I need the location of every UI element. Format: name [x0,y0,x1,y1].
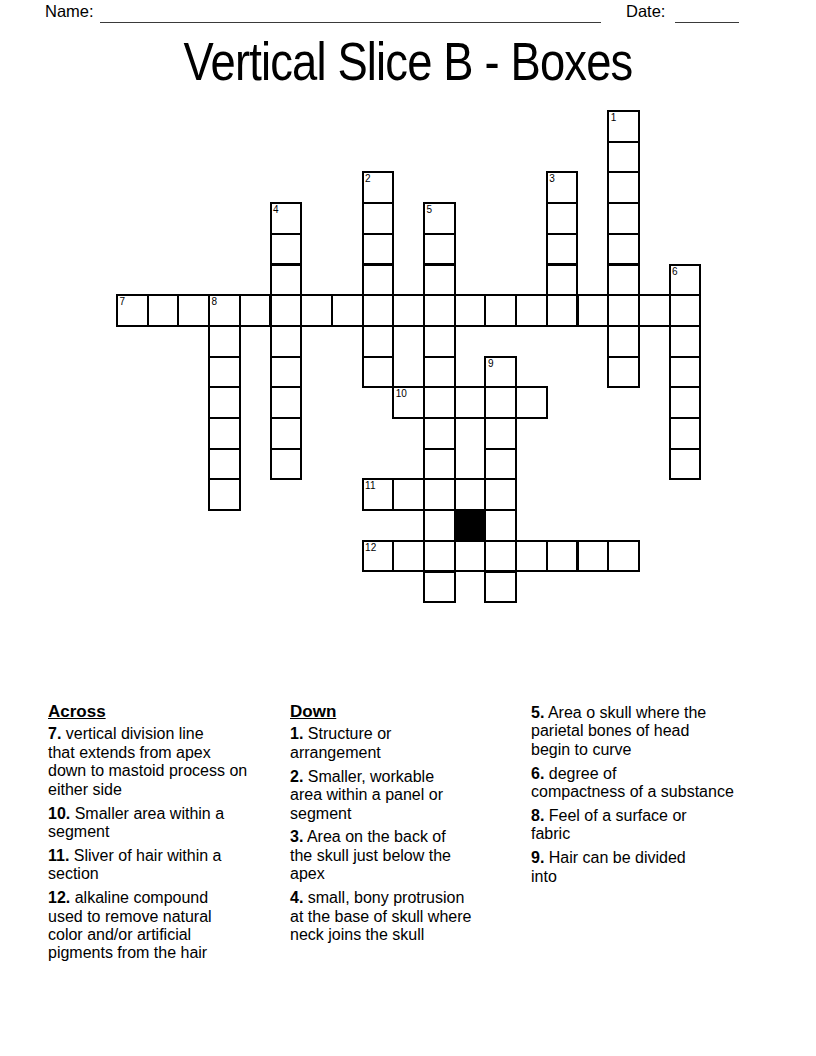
clue-4: 4. small, bony protrusionat the base of … [290,889,538,944]
date-label: Date: [626,2,665,21]
grid-cell[interactable] [607,294,640,327]
clue-9: 9. Hair can be dividedinto [531,849,799,886]
cell-number: 9 [488,358,494,369]
grid-cell[interactable] [515,386,548,419]
grid-cell[interactable] [515,294,548,327]
clue-number: 3. [290,828,303,845]
grid-cell[interactable] [270,417,303,450]
grid-cell[interactable] [208,356,241,389]
grid-cell[interactable] [423,571,456,604]
cell-number: 5 [427,204,433,215]
clue-number: 11. [48,847,69,864]
down-heading: Down [290,703,538,721]
clue-number: 6. [531,765,544,782]
grid-cell[interactable] [484,448,517,481]
grid-cell[interactable] [484,294,517,327]
grid-cell[interactable] [362,264,395,297]
grid-cell[interactable] [484,509,517,542]
grid-cell[interactable]: 1 [607,110,640,143]
grid-cell[interactable] [454,540,487,573]
grid-cell[interactable]: 8 [208,294,241,327]
cell-number: 4 [273,204,279,215]
grid-cell[interactable] [607,171,640,204]
grid-cell[interactable] [239,294,272,327]
grid-cell[interactable] [208,448,241,481]
clue-11: 11. Sliver of hair within asection [48,847,306,884]
grid-cell[interactable] [423,233,456,266]
cell-number: 2 [365,173,371,184]
grid-cell[interactable] [270,294,303,327]
clue-8: 8. Feel of a surface orfabric [531,807,799,844]
grid-cell[interactable] [208,386,241,419]
grid-cell[interactable] [392,540,425,573]
grid-cell[interactable] [577,540,610,573]
down-clues-column: Down 1. Structure orarrangement2. Smalle… [290,703,538,950]
grid-cell[interactable] [484,478,517,511]
grid-cell[interactable]: 10 [392,386,425,419]
grid-cell[interactable] [147,294,180,327]
cell-number: 8 [212,296,218,307]
grid-cell[interactable] [423,264,456,297]
clue-number: 2. [290,768,303,785]
clue-12: 12. alkaline compoundused to remove natu… [48,889,306,963]
grid-cell[interactable] [423,448,456,481]
grid-cell[interactable] [423,325,456,358]
across-clues-list: 7. vertical division linethat extends fr… [48,725,306,962]
grid-cell[interactable] [362,294,395,327]
grid-cell[interactable] [208,417,241,450]
grid-cell[interactable] [454,294,487,327]
grid-cell[interactable] [484,417,517,450]
name-label: Name: [45,2,94,21]
worksheet-page: Name: Date: Vertical Slice B - Boxes 123… [0,0,816,1056]
clue-1: 1. Structure orarrangement [290,725,538,762]
grid-cell[interactable] [270,448,303,481]
clue-number: 8. [531,807,544,824]
grid-cell[interactable] [484,571,517,604]
clue-number: 10. [48,805,70,822]
grid-cell[interactable]: 5 [423,202,456,235]
grid-cell[interactable] [362,356,395,389]
grid-cell[interactable] [208,325,241,358]
grid-cell[interactable] [669,386,702,419]
grid-cell[interactable] [270,233,303,266]
grid-cell[interactable] [607,540,640,573]
cell-number: 3 [549,173,555,184]
grid-cell[interactable] [454,478,487,511]
name-input-line[interactable] [100,1,601,23]
grid-cell[interactable]: 3 [546,171,579,204]
grid-cell[interactable] [515,540,548,573]
clue-2: 2. Smaller, workablearea within a panel … [290,768,538,823]
grid-cell[interactable] [669,448,702,481]
grid-cell[interactable] [546,202,579,235]
grid-cell[interactable] [577,294,610,327]
grid-cell[interactable] [607,325,640,358]
grid-cell[interactable] [607,264,640,297]
grid-cell[interactable] [331,294,364,327]
down-clues-column-continued: 5. Area o skull where theparietal bones … [531,704,799,892]
grid-cell[interactable] [423,294,456,327]
clue-6: 6. degree ofcompactness of a substance [531,765,799,802]
cell-number: 10 [396,388,407,399]
grid-cell[interactable] [208,478,241,511]
clue-number: 1. [290,725,303,742]
cell-number: 12 [365,542,376,553]
grid-cell[interactable] [300,294,333,327]
grid-cell[interactable] [392,294,425,327]
grid-cell[interactable] [423,540,456,573]
grid-cell[interactable]: 4 [270,202,303,235]
grid-cell[interactable] [607,202,640,235]
cell-number: 11 [365,480,375,491]
grid-cell[interactable] [669,325,702,358]
grid-cell[interactable] [607,356,640,389]
clue-number: 7. [48,725,61,742]
grid-cell[interactable]: 2 [362,171,395,204]
cell-number: 7 [120,296,126,307]
grid-cell[interactable] [423,356,456,389]
across-clues-column: Across 7. vertical division linethat ext… [48,703,306,968]
clue-number: 9. [531,849,544,866]
grid-cell[interactable] [270,386,303,419]
grid-cell[interactable]: 7 [116,294,149,327]
grid-cell[interactable] [638,294,671,327]
black-cell [454,509,487,542]
grid-cell[interactable] [607,233,640,266]
cell-number: 6 [672,266,678,277]
grid-cell[interactable] [423,386,456,419]
clue-number: 5. [531,704,544,721]
grid-cell[interactable] [362,325,395,358]
grid-cell[interactable] [546,233,579,266]
clue-number: 4. [290,889,303,906]
grid-cell[interactable] [270,356,303,389]
grid-cell[interactable] [423,478,456,511]
grid-cell[interactable] [669,417,702,450]
grid-cell[interactable] [454,386,487,419]
clue-5: 5. Area o skull where theparietal bones … [531,704,799,759]
grid-cell[interactable] [270,325,303,358]
grid-cell[interactable] [546,540,579,573]
clue-3: 3. Area on the back ofthe skull just bel… [290,828,538,883]
grid-cell[interactable] [177,294,210,327]
grid-cell[interactable] [484,386,517,419]
grid-cell[interactable] [423,509,456,542]
page-title: Vertical Slice B - Boxes [65,30,750,92]
grid-cell[interactable] [270,264,303,297]
clue-7: 7. vertical division linethat extends fr… [48,725,306,799]
across-heading: Across [48,703,306,721]
grid-cell[interactable]: 12 [362,540,395,573]
cell-number: 1 [611,112,617,123]
grid-cell[interactable] [669,294,702,327]
grid-cell[interactable] [484,540,517,573]
grid-cell[interactable]: 9 [484,356,517,389]
grid-cell[interactable] [669,356,702,389]
grid-cell[interactable]: 11 [362,478,395,511]
grid-cell[interactable] [362,233,395,266]
down-clues-list: 1. Structure orarrangement2. Smaller, wo… [290,725,538,944]
grid-cell[interactable] [423,417,456,450]
grid-cell[interactable] [546,264,579,297]
clue-number: 12. [48,889,70,906]
down-clues-list-2: 5. Area o skull where theparietal bones … [531,704,799,886]
date-input-line[interactable] [675,1,739,23]
grid-cell[interactable] [546,294,579,327]
grid-cell[interactable] [392,478,425,511]
clue-10: 10. Smaller area within asegment [48,805,306,842]
grid-cell[interactable] [362,202,395,235]
grid-cell[interactable]: 6 [669,264,702,297]
grid-cell[interactable] [607,141,640,174]
